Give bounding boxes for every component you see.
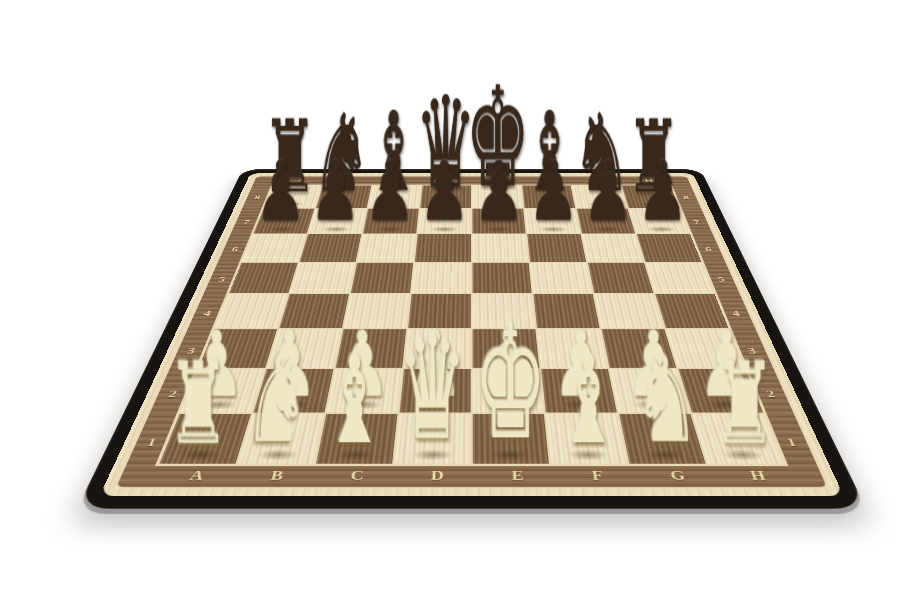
square-f5[interactable] <box>530 263 592 294</box>
piece-white-queen-d1[interactable]: ♛ <box>398 318 467 460</box>
file-label-bottom-e: E <box>477 465 558 486</box>
square-g5[interactable] <box>588 263 653 294</box>
piece-black-pawn-b7[interactable]: ♟ <box>310 150 361 233</box>
file-label-bottom-c: C <box>315 465 398 486</box>
square-d7[interactable]: ♟ <box>418 209 471 234</box>
piece-black-pawn-d7[interactable]: ♟ <box>419 150 470 233</box>
square-b5[interactable] <box>290 263 355 294</box>
square-e6[interactable] <box>472 234 528 261</box>
piece-white-knight-b1[interactable]: ♞ <box>243 341 310 461</box>
file-label-bottom-b: B <box>234 465 319 486</box>
piece-white-rook-a1[interactable]: ♜ <box>167 348 230 460</box>
square-h7[interactable]: ♟ <box>629 209 690 234</box>
square-b6[interactable] <box>300 234 362 261</box>
file-label-bottom-g: G <box>635 465 721 486</box>
piece-black-pawn-c7[interactable]: ♟ <box>364 150 415 233</box>
product-scene: ABCDEFGH ABCDEFGH 87654321 87654321 ♜♞♝♛… <box>0 0 900 599</box>
board-coordinate-band: ABCDEFGH ABCDEFGH 87654321 87654321 ♜♞♝♛… <box>113 176 830 489</box>
square-f1[interactable]: ♝ <box>546 414 627 464</box>
square-c6[interactable] <box>357 234 416 261</box>
square-b1[interactable]: ♞ <box>238 414 324 464</box>
square-f7[interactable]: ♟ <box>525 209 581 234</box>
square-e1[interactable]: ♚ <box>473 414 549 464</box>
piece-white-king-e1[interactable]: ♚ <box>474 306 547 461</box>
file-label-bottom-d: D <box>396 465 477 486</box>
square-a6[interactable] <box>242 234 306 261</box>
square-d5[interactable] <box>412 263 471 294</box>
piece-black-pawn-e7[interactable]: ♟ <box>473 150 524 233</box>
board-outer-strip: ABCDEFGH ABCDEFGH 87654321 87654321 ♜♞♝♛… <box>99 173 844 496</box>
piece-white-rook-h1[interactable]: ♜ <box>713 348 776 460</box>
square-d1[interactable]: ♛ <box>394 414 470 464</box>
square-c5[interactable] <box>351 263 413 294</box>
square-e5[interactable] <box>472 263 531 294</box>
square-g7[interactable]: ♟ <box>577 209 635 234</box>
square-c7[interactable]: ♟ <box>363 209 419 234</box>
square-g1[interactable]: ♞ <box>619 414 705 464</box>
square-e7[interactable]: ♟ <box>472 209 525 234</box>
chess-board: ABCDEFGH ABCDEFGH 87654321 87654321 ♜♞♝♛… <box>77 169 866 509</box>
piece-white-knight-g1[interactable]: ♞ <box>633 341 700 461</box>
piece-white-bishop-f1[interactable]: ♝ <box>558 338 619 460</box>
piece-black-pawn-g7[interactable]: ♟ <box>583 150 634 233</box>
piece-white-bishop-c1[interactable]: ♝ <box>324 338 385 460</box>
square-a5[interactable] <box>229 263 298 294</box>
file-label-bottom-f: F <box>556 465 640 486</box>
square-c1[interactable]: ♝ <box>316 414 397 464</box>
square-a1[interactable]: ♜ <box>159 414 251 464</box>
square-b7[interactable]: ♟ <box>308 209 366 234</box>
piece-black-pawn-f7[interactable]: ♟ <box>528 150 579 233</box>
piece-black-pawn-h7[interactable]: ♟ <box>637 150 688 233</box>
square-h6[interactable] <box>637 234 701 261</box>
square-h5[interactable] <box>646 263 715 294</box>
square-d6[interactable] <box>415 234 471 261</box>
square-a7[interactable]: ♟ <box>253 209 314 234</box>
square-h1[interactable]: ♜ <box>692 414 784 464</box>
file-label-bottom-a: A <box>152 465 240 486</box>
board-grid: ♜♞♝♛♚♝♞♜♟♟♟♟♟♟♟♟♟♟♟♟♟♟♟♟♜♞♝♛♚♝♞♜ <box>159 186 784 464</box>
piece-black-pawn-a7[interactable]: ♟ <box>255 150 306 233</box>
file-labels-bottom: ABCDEFGH <box>152 465 802 486</box>
square-g6[interactable] <box>582 234 644 261</box>
square-f6[interactable] <box>527 234 586 261</box>
